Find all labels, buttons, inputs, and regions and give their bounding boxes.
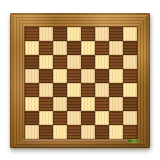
square-g8 [109, 27, 123, 41]
square-c8 [53, 27, 67, 41]
square-f1 [95, 125, 109, 139]
square-h5 [123, 69, 137, 83]
square-g4 [109, 83, 123, 97]
square-d1 [67, 125, 81, 139]
square-h6 [123, 55, 137, 69]
square-b4 [39, 83, 53, 97]
square-h4 [123, 83, 137, 97]
square-d4 [67, 83, 81, 97]
square-d6 [67, 55, 81, 69]
square-c4 [53, 83, 67, 97]
square-c3 [53, 97, 67, 111]
board-frame-top [10, 13, 150, 27]
square-d2 [67, 111, 81, 125]
square-b8 [39, 27, 53, 41]
square-f2 [95, 111, 109, 125]
board-squares [25, 27, 137, 139]
square-d7 [67, 41, 81, 55]
square-f7 [95, 41, 109, 55]
square-b2 [39, 111, 53, 125]
square-f5 [95, 69, 109, 83]
square-e2 [81, 111, 95, 125]
square-g3 [109, 97, 123, 111]
square-e8 [81, 27, 95, 41]
square-d5 [67, 69, 81, 83]
square-c5 [53, 69, 67, 83]
square-e1 [81, 125, 95, 139]
square-d8 [67, 27, 81, 41]
square-g1 [109, 125, 123, 139]
square-h3 [123, 97, 137, 111]
square-h7 [123, 41, 137, 55]
square-e3 [81, 97, 95, 111]
board-frame-right [137, 13, 150, 148]
square-f6 [95, 55, 109, 69]
square-a3 [25, 97, 39, 111]
chess-board [10, 13, 150, 148]
square-b1 [39, 125, 53, 139]
square-c6 [53, 55, 67, 69]
square-a8 [25, 27, 39, 41]
square-h1 [123, 125, 137, 139]
square-a1 [25, 125, 39, 139]
square-c2 [53, 111, 67, 125]
square-g7 [109, 41, 123, 55]
square-c7 [53, 41, 67, 55]
square-a7 [25, 41, 39, 55]
square-e6 [81, 55, 95, 69]
square-f3 [95, 97, 109, 111]
square-b3 [39, 97, 53, 111]
square-g5 [109, 69, 123, 83]
square-b6 [39, 55, 53, 69]
square-b5 [39, 69, 53, 83]
square-a2 [25, 111, 39, 125]
square-g2 [109, 111, 123, 125]
square-d3 [67, 97, 81, 111]
square-a4 [25, 83, 39, 97]
square-e7 [81, 41, 95, 55]
square-c1 [53, 125, 67, 139]
square-a6 [25, 55, 39, 69]
square-h8 [123, 27, 137, 41]
brand-sticker [127, 139, 139, 143]
square-f8 [95, 27, 109, 41]
square-g6 [109, 55, 123, 69]
square-f4 [95, 83, 109, 97]
square-e4 [81, 83, 95, 97]
photo-background [0, 0, 160, 160]
square-a5 [25, 69, 39, 83]
square-b7 [39, 41, 53, 55]
square-e5 [81, 69, 95, 83]
square-h2 [123, 111, 137, 125]
board-frame-left [10, 13, 25, 148]
